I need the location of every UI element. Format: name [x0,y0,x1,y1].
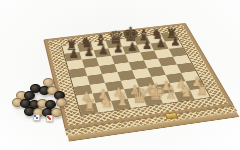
checker-piece-wood [56,98,67,107]
die [46,115,53,122]
square-h7: ♟ [164,40,182,49]
square-g1: ♞ [174,90,194,101]
folding-chess-box: ♜♞♝♛♚♝♞♜♟♟♟♟♟♟♟♟♟♟♟♟♟♟♟♟♜♞♝♛♚♝♞♜ [43,23,240,142]
die-pip [49,118,51,120]
product-photo-scene: ♜♞♝♛♚♝♞♜♟♟♟♟♟♟♟♟♟♟♟♟♟♟♟♟♜♞♝♛♚♝♞♜ [0,0,240,150]
die-pip [36,117,38,119]
die [33,114,40,121]
board-frame: ♜♞♝♛♚♝♞♜♟♟♟♟♟♟♟♟♟♟♟♟♟♟♟♟♜♞♝♛♚♝♞♜ [43,23,234,129]
